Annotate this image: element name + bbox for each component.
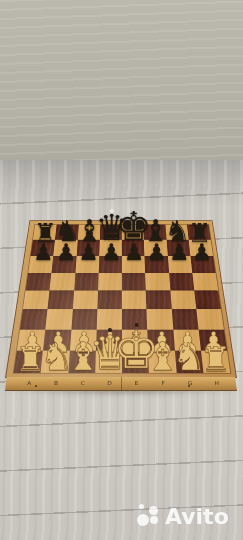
- logo-dot: [150, 516, 158, 524]
- square-f5: [145, 273, 170, 291]
- wall-background: [0, 0, 243, 163]
- square-b2: [43, 329, 71, 350]
- square-b5: [50, 273, 75, 291]
- photo-scene: ABCDEFGH ♜♞♝♛♚♝♞♜♟♟♟♟♟♟♟♟♟♟♟♟♟♟♟♟♜♞♝♛♚♝♞…: [0, 0, 243, 540]
- square-d1: [95, 350, 122, 372]
- square-h8: [187, 225, 211, 240]
- square-h2: [198, 329, 227, 350]
- square-g8: [165, 225, 188, 240]
- square-h6: [190, 256, 215, 273]
- file-label-a: A: [27, 379, 31, 385]
- square-c7: [76, 240, 99, 256]
- square-d7: [99, 240, 122, 256]
- square-a3: [20, 309, 48, 329]
- square-f8: [143, 225, 166, 240]
- square-h4: [194, 291, 221, 310]
- square-e6: [122, 256, 145, 273]
- square-g5: [169, 273, 194, 291]
- square-h5: [192, 273, 218, 291]
- square-b7: [53, 240, 77, 256]
- square-a4: [23, 291, 50, 310]
- square-d6: [98, 256, 121, 273]
- square-e4: [122, 291, 147, 310]
- square-d4: [97, 291, 122, 310]
- apron-seam: [121, 377, 122, 390]
- square-g2: [173, 329, 201, 350]
- square-c1: [68, 350, 96, 372]
- square-e5: [122, 273, 146, 291]
- file-label-f: F: [162, 379, 165, 385]
- square-a2: [17, 329, 46, 350]
- square-d3: [96, 309, 121, 329]
- file-label-e: E: [135, 379, 139, 385]
- logo-dot: [149, 506, 158, 515]
- square-b4: [48, 291, 74, 310]
- square-c6: [75, 256, 99, 273]
- square-c8: [77, 225, 100, 240]
- square-b1: [41, 350, 70, 372]
- square-g3: [171, 309, 198, 329]
- board-front-side: [5, 377, 237, 391]
- square-f6: [145, 256, 169, 273]
- square-c4: [72, 291, 97, 310]
- file-label-c: C: [81, 379, 85, 385]
- logo-dot: [137, 514, 149, 526]
- board-fold-seam: [26, 290, 217, 291]
- square-b6: [52, 256, 77, 273]
- chess-board: [5, 220, 237, 378]
- square-a1: [14, 350, 43, 372]
- square-h7: [188, 240, 213, 256]
- logo-dot: [139, 504, 144, 509]
- board-grid: [14, 225, 231, 373]
- square-e2: [122, 329, 148, 350]
- square-g4: [170, 291, 196, 310]
- square-a6: [28, 256, 53, 273]
- square-f1: [148, 350, 176, 372]
- square-b8: [55, 225, 78, 240]
- square-e7: [122, 240, 145, 256]
- square-d8: [100, 225, 122, 240]
- square-d5: [98, 273, 122, 291]
- file-label-g: G: [188, 379, 193, 385]
- square-f4: [146, 291, 171, 310]
- square-h3: [196, 309, 224, 329]
- file-label-b: B: [54, 379, 58, 385]
- square-f2: [147, 329, 174, 350]
- square-g7: [166, 240, 190, 256]
- nail-dot: [35, 385, 37, 387]
- file-label-d: D: [107, 379, 112, 385]
- square-g6: [167, 256, 192, 273]
- square-c5: [74, 273, 99, 291]
- watermark: Avito: [136, 502, 229, 531]
- square-f3: [147, 309, 173, 329]
- square-a5: [26, 273, 52, 291]
- square-a8: [33, 225, 57, 240]
- square-d2: [96, 329, 122, 350]
- board-frame: [5, 220, 237, 378]
- square-b3: [46, 309, 73, 329]
- square-e1: [122, 350, 149, 372]
- square-a7: [31, 240, 56, 256]
- square-h1: [201, 350, 231, 372]
- square-e8: [122, 225, 144, 240]
- square-g1: [174, 350, 203, 372]
- file-label-h: H: [215, 379, 220, 385]
- square-c2: [69, 329, 96, 350]
- square-c3: [71, 309, 97, 329]
- watermark-text: Avito: [165, 502, 229, 531]
- avito-logo-icon: [136, 502, 163, 531]
- square-e3: [122, 309, 147, 329]
- square-f7: [144, 240, 167, 256]
